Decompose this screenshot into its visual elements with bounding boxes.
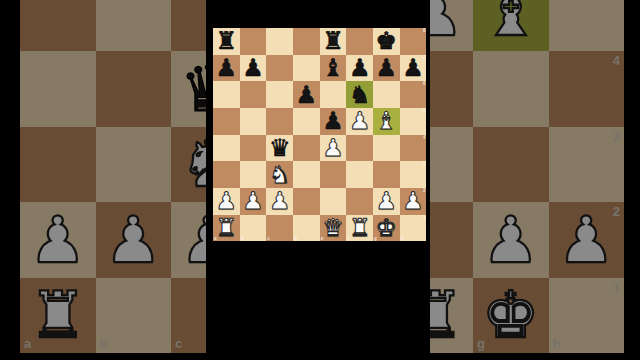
file-label-b: b: [100, 336, 108, 351]
square-e6[interactable]: [320, 81, 347, 108]
square-a1[interactable]: a♜: [213, 215, 240, 242]
rank-label-1: 1: [613, 280, 620, 295]
square-h8[interactable]: 8: [400, 28, 427, 55]
rank-label-2: 2: [613, 204, 620, 219]
file-label-e: e: [321, 236, 324, 241]
black-rook-e8[interactable]: ♜: [322, 29, 344, 53]
square-c1[interactable]: c: [266, 215, 293, 242]
rank-label-7: 7: [423, 55, 426, 60]
square-f8[interactable]: [346, 28, 373, 55]
white-pawn-e4[interactable]: ♟: [322, 136, 344, 160]
square-e7[interactable]: ♝: [320, 55, 347, 82]
square-a7[interactable]: ♟: [213, 55, 240, 82]
square-a2: ♟: [20, 202, 96, 278]
square-d7[interactable]: [293, 55, 320, 82]
square-b3: [96, 127, 172, 203]
square-f3[interactable]: [346, 161, 373, 188]
square-g5[interactable]: ♝: [373, 108, 400, 135]
square-h1[interactable]: 1h: [400, 215, 427, 242]
square-a4: [20, 51, 96, 127]
file-label-g: g: [477, 336, 485, 351]
file-label-h: h: [401, 236, 404, 241]
rank-label-2: 2: [423, 188, 426, 193]
square-b3[interactable]: [240, 161, 267, 188]
file-label-c: c: [267, 236, 270, 241]
black-king-g8[interactable]: ♚: [376, 29, 398, 53]
square-g1: g♚: [473, 278, 549, 354]
square-c8[interactable]: [266, 28, 293, 55]
chess-board: ♜♜♚8♟♟♝♟♟7♟♟♞6♟♟♝5♛♟4♞3♟♟♟♟2♟a♜bcde♛f♜g♚…: [213, 28, 426, 241]
square-d5[interactable]: [293, 108, 320, 135]
square-a1: a♜: [20, 278, 96, 354]
white-rook-a1: ♜: [29, 283, 86, 347]
white-queen-e1[interactable]: ♛: [322, 216, 344, 240]
black-knight-f6[interactable]: ♞: [349, 83, 371, 107]
square-h1: 1h: [549, 278, 625, 354]
white-king-g1[interactable]: ♚: [376, 216, 398, 240]
square-d4[interactable]: [293, 135, 320, 162]
rank-label-4: 4: [423, 135, 426, 140]
black-pawn-a7[interactable]: ♟: [216, 56, 238, 80]
rank-label-6: 6: [423, 81, 426, 86]
black-pawn-b7[interactable]: ♟: [242, 56, 264, 80]
square-c4[interactable]: ♛: [266, 135, 293, 162]
square-h4[interactable]: 4: [400, 135, 427, 162]
square-c7[interactable]: [266, 55, 293, 82]
white-pawn-a2[interactable]: ♟: [216, 189, 238, 213]
black-pawn-g7[interactable]: ♟: [376, 56, 398, 80]
square-f1[interactable]: f♜: [346, 215, 373, 242]
file-label-g: g: [374, 236, 377, 241]
file-label-b: b: [241, 236, 244, 241]
square-b5: [96, 0, 172, 51]
square-e8[interactable]: ♜: [320, 28, 347, 55]
white-pawn-h2[interactable]: ♟: [402, 189, 424, 213]
white-king-g1: ♚: [482, 283, 539, 347]
square-g7[interactable]: ♟: [373, 55, 400, 82]
square-d8[interactable]: [293, 28, 320, 55]
file-label-d: d: [294, 236, 297, 241]
square-h2[interactable]: 2♟: [400, 188, 427, 215]
white-rook-f1[interactable]: ♜: [349, 216, 371, 240]
square-b1: b: [96, 278, 172, 354]
video-frame: ♜♜♚8♟♟♝♟♟7♟♟♞6♟♟♝5♛♟4♞3♟♟♟♟2♟a♜bcde♛f♜g♚…: [0, 0, 640, 360]
rank-label-5: 5: [423, 108, 426, 113]
white-bishop-g5: ♝: [482, 0, 539, 45]
square-h4: 4: [549, 51, 625, 127]
square-a4[interactable]: [213, 135, 240, 162]
square-f7[interactable]: ♟: [346, 55, 373, 82]
square-d6[interactable]: ♟: [293, 81, 320, 108]
square-e5[interactable]: ♟: [320, 108, 347, 135]
square-d3[interactable]: [293, 161, 320, 188]
square-b1[interactable]: b: [240, 215, 267, 242]
rank-label-1: 1: [423, 215, 426, 220]
black-pawn-e5[interactable]: ♟: [322, 109, 344, 133]
square-d2[interactable]: [293, 188, 320, 215]
square-e3[interactable]: [320, 161, 347, 188]
white-pawn-b2: ♟: [105, 208, 162, 272]
square-a8[interactable]: ♜: [213, 28, 240, 55]
white-rook-a1[interactable]: ♜: [216, 216, 238, 240]
square-g4: [473, 51, 549, 127]
square-g2: ♟: [473, 202, 549, 278]
square-a5[interactable]: [213, 108, 240, 135]
black-pawn-f7[interactable]: ♟: [349, 56, 371, 80]
file-label-a: a: [214, 236, 217, 241]
square-g3[interactable]: [373, 161, 400, 188]
black-pawn-d6[interactable]: ♟: [296, 83, 318, 107]
square-b4[interactable]: [240, 135, 267, 162]
square-a5: [20, 0, 96, 51]
square-c2[interactable]: ♟: [266, 188, 293, 215]
square-f5[interactable]: ♟: [346, 108, 373, 135]
black-bishop-e7[interactable]: ♝: [322, 56, 344, 80]
file-label-f: f: [347, 236, 349, 241]
square-b2: ♟: [96, 202, 172, 278]
square-g1[interactable]: g♚: [373, 215, 400, 242]
square-a3[interactable]: [213, 161, 240, 188]
square-b8[interactable]: [240, 28, 267, 55]
square-a6[interactable]: [213, 81, 240, 108]
square-b7[interactable]: ♟: [240, 55, 267, 82]
rank-label-3: 3: [423, 161, 426, 166]
square-g2[interactable]: ♟: [373, 188, 400, 215]
square-a2[interactable]: ♟: [213, 188, 240, 215]
square-c3[interactable]: ♞: [266, 161, 293, 188]
white-bishop-g5[interactable]: ♝: [376, 109, 398, 133]
square-e2[interactable]: [320, 188, 347, 215]
square-g3: [473, 127, 549, 203]
file-label-h: h: [553, 336, 561, 351]
file-label-c: c: [175, 336, 182, 351]
white-pawn-h2: ♟: [558, 208, 615, 272]
square-e4[interactable]: ♟: [320, 135, 347, 162]
square-a3: [20, 127, 96, 203]
square-g6[interactable]: [373, 81, 400, 108]
square-h6[interactable]: 6: [400, 81, 427, 108]
square-c6[interactable]: [266, 81, 293, 108]
square-h2: 2♟: [549, 202, 625, 278]
white-pawn-g2: ♟: [482, 208, 539, 272]
black-pawn-h7[interactable]: ♟: [402, 56, 424, 80]
square-b6[interactable]: [240, 81, 267, 108]
square-h3[interactable]: 3: [400, 161, 427, 188]
square-f4[interactable]: [346, 135, 373, 162]
square-h7[interactable]: 7♟: [400, 55, 427, 82]
square-g5: ♝: [473, 0, 549, 51]
black-rook-a8[interactable]: ♜: [216, 29, 238, 53]
black-queen-c4[interactable]: ♛: [269, 136, 291, 160]
square-b2[interactable]: ♟: [240, 188, 267, 215]
square-b4: [96, 51, 172, 127]
square-b5[interactable]: [240, 108, 267, 135]
white-knight-c3[interactable]: ♞: [269, 163, 291, 187]
square-e1[interactable]: e♛: [320, 215, 347, 242]
square-f2[interactable]: [346, 188, 373, 215]
center-panel: ♜♜♚8♟♟♝♟♟7♟♟♞6♟♟♝5♛♟4♞3♟♟♟♟2♟a♜bcde♛f♜g♚…: [206, 0, 430, 360]
square-c5[interactable]: [266, 108, 293, 135]
square-g8[interactable]: ♚: [373, 28, 400, 55]
square-h5: 5: [549, 0, 625, 51]
rank-label-3: 3: [613, 129, 620, 144]
square-h3: 3: [549, 127, 625, 203]
white-pawn-f5[interactable]: ♟: [349, 109, 371, 133]
square-g4[interactable]: [373, 135, 400, 162]
square-f6[interactable]: ♞: [346, 81, 373, 108]
file-label-a: a: [24, 336, 31, 351]
white-pawn-c2[interactable]: ♟: [269, 189, 291, 213]
white-pawn-g2[interactable]: ♟: [376, 189, 398, 213]
white-pawn-b2[interactable]: ♟: [242, 189, 264, 213]
rank-label-4: 4: [613, 53, 620, 68]
square-h5[interactable]: 5: [400, 108, 427, 135]
square-d1[interactable]: d: [293, 215, 320, 242]
rank-label-8: 8: [423, 28, 426, 33]
white-pawn-a2: ♟: [29, 208, 86, 272]
